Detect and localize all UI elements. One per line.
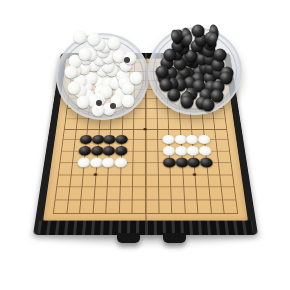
- latch-tab-right[interactable]: [163, 233, 186, 243]
- grid-cell: [63, 118, 76, 128]
- grid-cell: [196, 200, 210, 213]
- black-bowl-stone[interactable]: [159, 78, 172, 91]
- black-bowl-stone[interactable]: [214, 49, 227, 62]
- grid-cell: [217, 151, 230, 163]
- white-stone[interactable]: [174, 146, 187, 155]
- grid-cell: [132, 151, 144, 163]
- black-bowl-stone[interactable]: [181, 95, 194, 108]
- stone-gap-shadow: [124, 57, 130, 63]
- black-stone[interactable]: [163, 158, 176, 168]
- grid-cell: [80, 187, 94, 200]
- black-stone-bowl[interactable]: [148, 27, 242, 115]
- white-bowl-stone[interactable]: [122, 95, 135, 108]
- grid-cell: [145, 151, 157, 163]
- grid-cell: [183, 200, 197, 213]
- grid-cell: [133, 140, 145, 151]
- grid-cell: [119, 187, 132, 200]
- grid-cell: [87, 118, 99, 128]
- grid-cell: [156, 108, 168, 118]
- grid-cell: [67, 187, 81, 200]
- grid-cell: [110, 118, 122, 128]
- grid-cell: [221, 187, 235, 200]
- grid-cell: [219, 174, 233, 186]
- grid-cell: [132, 187, 145, 200]
- black-bowl-stone[interactable]: [219, 72, 232, 85]
- grid-cell: [57, 162, 71, 174]
- black-stone[interactable]: [90, 146, 103, 155]
- white-stone[interactable]: [162, 135, 175, 144]
- grid-cell: [208, 187, 222, 200]
- black-stone[interactable]: [103, 135, 116, 144]
- white-stone[interactable]: [197, 135, 210, 144]
- grid-cell: [214, 129, 227, 140]
- black-bowl-stone[interactable]: [192, 25, 205, 38]
- grid-cell: [195, 187, 209, 200]
- black-stone[interactable]: [187, 158, 200, 168]
- grid-cell: [145, 162, 157, 174]
- grid-cell: [92, 200, 106, 213]
- grid-cell: [179, 118, 191, 128]
- white-bowl-stone[interactable]: [107, 37, 120, 50]
- grid-cell: [157, 187, 170, 200]
- latch-tab-left[interactable]: [117, 233, 140, 243]
- star-point: [192, 173, 196, 176]
- star-point: [143, 128, 146, 131]
- grid-cell: [68, 174, 82, 186]
- grid-cell: [145, 108, 156, 118]
- stone-gap-shadow: [96, 100, 102, 106]
- grid-cell: [218, 162, 232, 174]
- grid-cell: [119, 174, 132, 186]
- star-point: [93, 173, 97, 176]
- grid-cell: [59, 151, 73, 163]
- grid-cell: [79, 200, 93, 213]
- white-stone[interactable]: [114, 158, 127, 168]
- grid-cell: [145, 174, 158, 186]
- grid-cell: [106, 187, 119, 200]
- grid-cell: [132, 162, 144, 174]
- black-stone[interactable]: [91, 135, 104, 144]
- grid-cell: [131, 200, 144, 213]
- grid-cell: [62, 129, 75, 140]
- grid-cell: [167, 118, 179, 128]
- white-bowl-stone[interactable]: [79, 47, 92, 60]
- black-bowl-stone[interactable]: [156, 65, 169, 78]
- grid-cell: [56, 174, 70, 186]
- white-stone-bowl[interactable]: [56, 33, 149, 120]
- grid-cell: [121, 118, 133, 128]
- grid-cell: [213, 118, 226, 128]
- white-bowl-stone[interactable]: [68, 81, 81, 94]
- grid-cell: [194, 174, 208, 186]
- white-bowl-stone[interactable]: [87, 33, 100, 46]
- grid-cell: [209, 200, 223, 213]
- white-stone[interactable]: [174, 135, 187, 144]
- grid-cell: [182, 174, 195, 186]
- grid-cell: [132, 174, 145, 186]
- grid-cell: [61, 140, 74, 151]
- grid-cell: [169, 174, 182, 186]
- grid-cell: [81, 174, 95, 186]
- white-stone[interactable]: [162, 146, 175, 155]
- grid-cell: [94, 174, 107, 186]
- white-stone[interactable]: [186, 146, 199, 155]
- grid-cell: [52, 200, 67, 213]
- grid-cell: [144, 200, 157, 213]
- grid-cell: [93, 187, 107, 200]
- white-stone[interactable]: [89, 158, 102, 168]
- white-bowl-stone[interactable]: [73, 30, 86, 43]
- white-stone[interactable]: [185, 135, 198, 144]
- white-bowl-stone[interactable]: [129, 72, 142, 85]
- black-stone[interactable]: [175, 158, 188, 168]
- white-bowl-stone[interactable]: [77, 95, 90, 108]
- stone-gap-shadow: [110, 103, 116, 109]
- grid-cell: [157, 200, 170, 213]
- black-bowl-stone[interactable]: [201, 99, 214, 112]
- grid-cell: [145, 187, 158, 200]
- grid-cell: [118, 200, 131, 213]
- grid-cell: [145, 140, 157, 151]
- grid-cell: [133, 129, 145, 140]
- grid-cell: [222, 200, 237, 213]
- white-stone[interactable]: [101, 158, 114, 168]
- black-stone[interactable]: [199, 158, 213, 168]
- grid-cell: [145, 99, 156, 109]
- white-stone[interactable]: [77, 158, 91, 168]
- grid-cell: [107, 174, 120, 186]
- black-stone[interactable]: [114, 146, 127, 155]
- grid-cell: [170, 200, 184, 213]
- grid-cell: [170, 187, 183, 200]
- black-bowl-stone[interactable]: [168, 88, 181, 101]
- grid-cell: [183, 187, 197, 200]
- black-stone[interactable]: [102, 146, 115, 155]
- grid-cell: [157, 174, 170, 186]
- frame-ridge-bottom: [37, 221, 254, 235]
- grid-cell: [105, 200, 119, 213]
- white-bowl-stone[interactable]: [64, 66, 77, 79]
- grid-cell: [215, 140, 228, 151]
- grid-cell: [156, 118, 168, 128]
- grid-cell: [75, 118, 88, 128]
- grid-cell: [207, 174, 221, 186]
- grid-cell: [145, 129, 157, 140]
- white-stone[interactable]: [198, 146, 211, 155]
- grid-cell: [98, 118, 110, 128]
- product-photo-canvas: [0, 0, 290, 290]
- black-stone[interactable]: [115, 135, 128, 144]
- grid-cell: [190, 118, 202, 128]
- grid-cell: [66, 200, 80, 213]
- grid-cell: [133, 108, 144, 118]
- grid-cell: [202, 118, 215, 128]
- black-stone[interactable]: [78, 146, 91, 155]
- grid-cell: [54, 187, 68, 200]
- black-stone[interactable]: [79, 135, 92, 144]
